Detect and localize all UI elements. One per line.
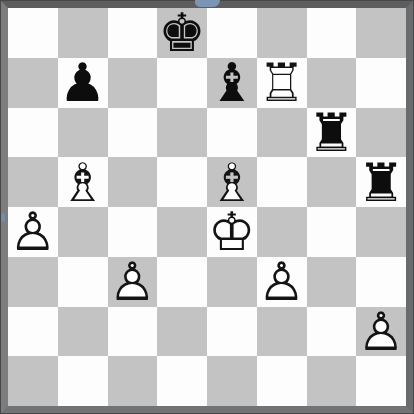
square-d1[interactable] xyxy=(157,356,207,406)
square-h1[interactable] xyxy=(356,356,406,406)
white-pawn-outline: ♙ xyxy=(356,307,406,357)
square-b7[interactable]: ♟ xyxy=(58,58,108,108)
square-d5[interactable] xyxy=(157,157,207,207)
square-h8[interactable] xyxy=(356,8,406,58)
piece-white-rook[interactable]: ♜♖ xyxy=(257,58,307,108)
square-a2[interactable] xyxy=(8,307,58,357)
piece-black-king[interactable]: ♚ xyxy=(157,8,207,58)
piece-white-bishop[interactable]: ♝♗ xyxy=(207,157,257,207)
square-a3[interactable] xyxy=(8,257,58,307)
square-b1[interactable] xyxy=(58,356,108,406)
square-g8[interactable] xyxy=(307,8,357,58)
piece-black-bishop[interactable]: ♝ xyxy=(207,58,257,108)
square-c8[interactable] xyxy=(108,8,158,58)
square-e8[interactable] xyxy=(207,8,257,58)
black-rook-glyph: ♜ xyxy=(307,108,357,158)
square-g5[interactable] xyxy=(307,157,357,207)
square-c7[interactable] xyxy=(108,58,158,108)
square-d7[interactable] xyxy=(157,58,207,108)
square-b6[interactable] xyxy=(58,108,108,158)
white-pawn-outline: ♙ xyxy=(108,257,158,307)
piece-white-bishop[interactable]: ♝♗ xyxy=(58,157,108,207)
square-e1[interactable] xyxy=(207,356,257,406)
square-c1[interactable] xyxy=(108,356,158,406)
white-bishop-outline: ♗ xyxy=(58,157,108,207)
square-h6[interactable] xyxy=(356,108,406,158)
black-rook-glyph: ♜ xyxy=(356,157,406,207)
square-h3[interactable] xyxy=(356,257,406,307)
black-king-glyph: ♚ xyxy=(157,8,207,58)
square-e3[interactable] xyxy=(207,257,257,307)
square-a5[interactable] xyxy=(8,157,58,207)
black-pawn-glyph: ♟ xyxy=(58,58,108,108)
square-a6[interactable] xyxy=(8,108,58,158)
square-f5[interactable] xyxy=(257,157,307,207)
square-c2[interactable] xyxy=(108,307,158,357)
square-c3[interactable]: ♟♙ xyxy=(108,257,158,307)
square-e4[interactable]: ♚♔ xyxy=(207,207,257,257)
square-c4[interactable] xyxy=(108,207,158,257)
square-d4[interactable] xyxy=(157,207,207,257)
square-f3[interactable]: ♟♙ xyxy=(257,257,307,307)
square-g6[interactable]: ♜ xyxy=(307,108,357,158)
square-a1[interactable] xyxy=(8,356,58,406)
square-d6[interactable] xyxy=(157,108,207,158)
screenshot-stage: ♚♟♝♜♖♜♝♗♝♗♜♟♙♚♔♟♙♟♙♟♙ xyxy=(0,0,414,414)
square-g7[interactable] xyxy=(307,58,357,108)
chess-board-frame: ♚♟♝♜♖♜♝♗♝♗♜♟♙♚♔♟♙♟♙♟♙ xyxy=(0,0,414,414)
square-e2[interactable] xyxy=(207,307,257,357)
piece-black-rook[interactable]: ♜ xyxy=(356,157,406,207)
square-g2[interactable] xyxy=(307,307,357,357)
square-f4[interactable] xyxy=(257,207,307,257)
square-a8[interactable] xyxy=(8,8,58,58)
square-c5[interactable] xyxy=(108,157,158,207)
square-d2[interactable] xyxy=(157,307,207,357)
cropped-ui-fragment xyxy=(195,0,220,7)
square-h2[interactable]: ♟♙ xyxy=(356,307,406,357)
square-h5[interactable]: ♜ xyxy=(356,157,406,207)
square-d3[interactable] xyxy=(157,257,207,307)
square-b4[interactable] xyxy=(58,207,108,257)
piece-white-pawn[interactable]: ♟♙ xyxy=(8,207,58,257)
square-g1[interactable] xyxy=(307,356,357,406)
piece-white-pawn[interactable]: ♟♙ xyxy=(108,257,158,307)
square-f7[interactable]: ♜♖ xyxy=(257,58,307,108)
square-a4[interactable]: ♟♙ xyxy=(8,207,58,257)
piece-black-rook[interactable]: ♜ xyxy=(307,108,357,158)
square-h4[interactable] xyxy=(356,207,406,257)
white-bishop-outline: ♗ xyxy=(207,157,257,207)
piece-white-pawn[interactable]: ♟♙ xyxy=(356,307,406,357)
white-pawn-outline: ♙ xyxy=(257,257,307,307)
square-g4[interactable] xyxy=(307,207,357,257)
square-b5[interactable]: ♝♗ xyxy=(58,157,108,207)
square-f2[interactable] xyxy=(257,307,307,357)
square-e7[interactable]: ♝ xyxy=(207,58,257,108)
chess-board: ♚♟♝♜♖♜♝♗♝♗♜♟♙♚♔♟♙♟♙♟♙ xyxy=(1,1,413,413)
border-blue-artifact xyxy=(1,213,5,222)
piece-white-pawn[interactable]: ♟♙ xyxy=(257,257,307,307)
square-f8[interactable] xyxy=(257,8,307,58)
piece-white-king[interactable]: ♚♔ xyxy=(207,207,257,257)
white-rook-outline: ♖ xyxy=(257,58,307,108)
square-c6[interactable] xyxy=(108,108,158,158)
square-f1[interactable] xyxy=(257,356,307,406)
square-g3[interactable] xyxy=(307,257,357,307)
square-b3[interactable] xyxy=(58,257,108,307)
square-e5[interactable]: ♝♗ xyxy=(207,157,257,207)
square-e6[interactable] xyxy=(207,108,257,158)
white-pawn-outline: ♙ xyxy=(8,207,58,257)
white-king-outline: ♔ xyxy=(207,207,257,257)
square-b8[interactable] xyxy=(58,8,108,58)
square-d8[interactable]: ♚ xyxy=(157,8,207,58)
square-f6[interactable] xyxy=(257,108,307,158)
black-bishop-glyph: ♝ xyxy=(207,58,257,108)
square-h7[interactable] xyxy=(356,58,406,108)
square-b2[interactable] xyxy=(58,307,108,357)
square-a7[interactable] xyxy=(8,58,58,108)
piece-black-pawn[interactable]: ♟ xyxy=(58,58,108,108)
